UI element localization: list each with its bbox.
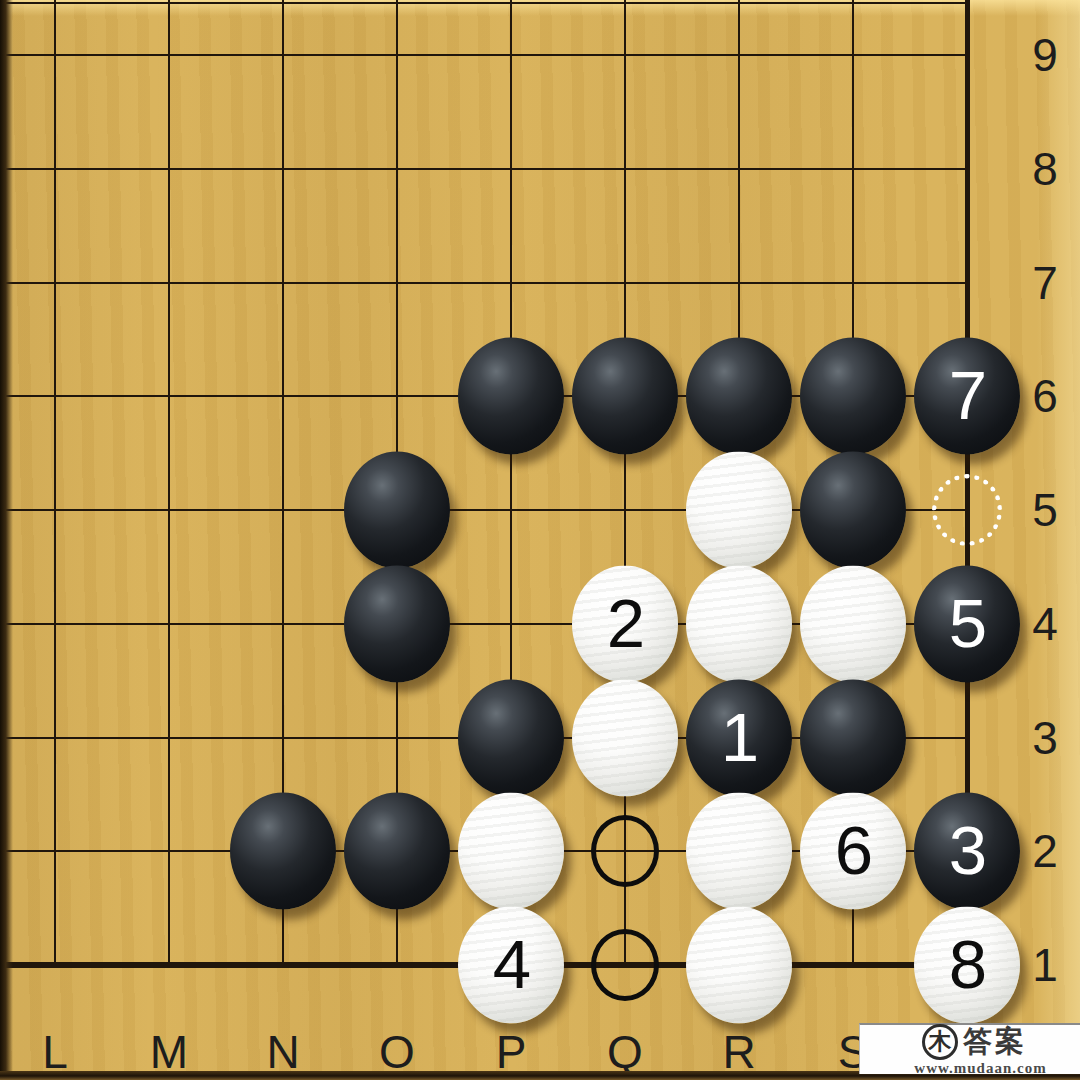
- watermark-url: www.mudaan.com: [914, 1061, 1046, 1076]
- column-label-R: R: [722, 1029, 755, 1075]
- column-label-Q: Q: [607, 1029, 643, 1075]
- column-label-M: M: [150, 1029, 188, 1075]
- column-label-L: L: [42, 1029, 68, 1075]
- watermark: 木 答案 www.mudaan.com: [859, 1023, 1080, 1074]
- go-problem-answer-diagram: 72516348 987654321 LMNOPQRS 木 答案 www.mud…: [0, 0, 1080, 1080]
- column-label-N: N: [266, 1029, 299, 1075]
- mudaan-logo-icon: 木: [922, 1024, 958, 1060]
- watermark-title: 答案: [963, 1027, 1027, 1056]
- column-coordinate-labels: LMNOPQRS: [0, 0, 1080, 1080]
- column-label-P: P: [496, 1029, 527, 1075]
- column-label-O: O: [379, 1029, 415, 1075]
- board-left-edge: [0, 0, 13, 1080]
- logo-character: 木: [929, 1030, 952, 1053]
